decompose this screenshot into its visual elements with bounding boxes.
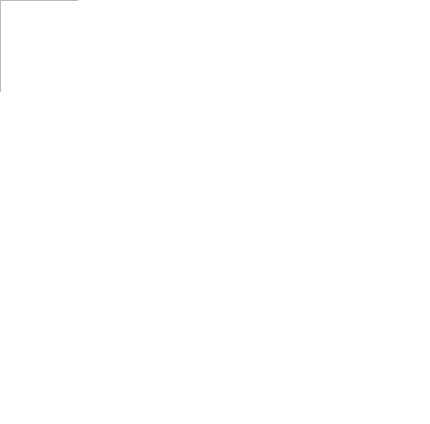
puzzle-grid[interactable] — [77, 92, 410, 420]
row-clues — [0, 92, 77, 420]
nonogram-puzzle — [0, 0, 430, 424]
column-clues — [77, 0, 410, 92]
watermark-corner — [0, 0, 78, 92]
